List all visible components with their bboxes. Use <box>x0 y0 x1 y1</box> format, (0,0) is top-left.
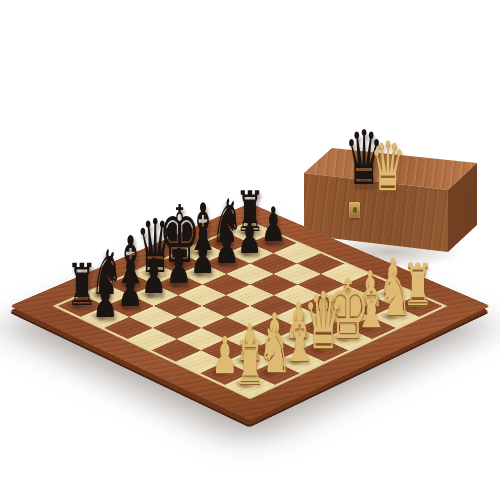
piece-shadow-a1 <box>224 376 262 394</box>
piece-shadow-f8 <box>179 245 215 261</box>
square-a1 <box>225 373 275 396</box>
piece-shadow-d2 <box>274 330 311 347</box>
square-f8 <box>180 243 227 264</box>
square-d8 <box>132 264 179 285</box>
square-h3 <box>345 274 393 295</box>
black-knight-b8: ♞ <box>83 242 130 304</box>
black-pawn-d7: ♟ <box>160 242 197 291</box>
square-b7 <box>106 295 154 317</box>
white-bishop-c1: ♝ <box>273 303 325 372</box>
square-g1 <box>371 306 419 328</box>
piece-shadow-b1 <box>249 364 287 382</box>
square-a5 <box>128 328 177 350</box>
piece-shadow-c2 <box>249 341 287 358</box>
piece-shadow-d7 <box>154 276 190 292</box>
square-e2 <box>299 317 348 339</box>
square-f2 <box>323 306 371 328</box>
piece-shadow-a2 <box>200 364 238 382</box>
square-b4 <box>177 328 226 350</box>
square-a3 <box>176 350 225 373</box>
square-g8 <box>203 233 250 253</box>
square-d5 <box>202 295 250 317</box>
piece-shadow-d1 <box>298 341 336 358</box>
square-f1 <box>347 317 396 339</box>
piece-shadow-a8 <box>57 297 94 314</box>
square-b3 <box>201 339 250 362</box>
black-king-e8: ♚ <box>149 195 210 274</box>
piece-shadow-h7 <box>249 235 285 251</box>
square-g3 <box>322 285 370 306</box>
square-e5 <box>226 285 274 306</box>
square-b2 <box>225 350 274 373</box>
square-e1 <box>323 328 372 350</box>
black-rook-a8: ♜ <box>60 256 104 314</box>
square-c6 <box>154 295 202 317</box>
square-a7 <box>81 306 129 328</box>
square-b5 <box>153 317 202 339</box>
square-g4 <box>298 274 346 295</box>
black-pawn-f7: ♟ <box>208 222 245 270</box>
black-pawn-c7: ♟ <box>136 253 173 302</box>
square-f5 <box>250 274 298 295</box>
square-e7 <box>179 264 226 285</box>
piece-shadow-g1 <box>370 308 407 325</box>
square-g7 <box>227 243 274 264</box>
piece-shadow-d8 <box>131 266 167 282</box>
square-c4 <box>201 317 250 339</box>
white-king-e1: ♚ <box>316 268 379 351</box>
piece-shadow-h2 <box>369 287 406 303</box>
white-pawn-b2: ♟ <box>231 318 270 369</box>
square-f4 <box>274 285 322 306</box>
square-c3 <box>226 328 275 350</box>
square-a8 <box>58 295 106 317</box>
black-rook-h8: ♜ <box>229 185 272 241</box>
white-pawn-f2: ♟ <box>328 274 366 324</box>
square-b8 <box>83 285 131 306</box>
black-queen-d8: ♛ <box>127 210 184 284</box>
piece-shadow-a7 <box>80 308 117 325</box>
piece-shadow-f1 <box>346 319 383 336</box>
piece-shadow-e8 <box>155 255 191 271</box>
square-a6 <box>104 317 153 339</box>
piece-shadow-b7 <box>105 297 142 314</box>
black-bishop-f8: ♝ <box>178 197 227 262</box>
spare-white-queen: ♛ <box>363 132 412 200</box>
black-knight-g8: ♞ <box>204 191 250 251</box>
white-rook-a1: ♜ <box>227 333 273 393</box>
piece-shadow-h1 <box>393 297 430 314</box>
black-pawn-g7: ♟ <box>232 212 269 260</box>
square-h7 <box>250 233 297 253</box>
piece-shadow-c8 <box>107 276 143 292</box>
square-g6 <box>250 253 297 274</box>
square-d1 <box>299 339 348 362</box>
white-queen-d1: ♛ <box>294 284 353 361</box>
black-bishop-c8: ♝ <box>106 228 156 294</box>
brass-latch <box>349 202 360 218</box>
square-h2 <box>370 285 418 306</box>
square-e6 <box>202 274 250 295</box>
piece-shadow-f2 <box>322 308 359 325</box>
white-pawn-e2: ♟ <box>304 285 342 335</box>
white-pawn-c2: ♟ <box>255 307 293 357</box>
piece-shadow-g7 <box>226 245 262 261</box>
square-f3 <box>298 295 346 317</box>
chess-set-product-photo: ♛ ♛ ♜♟♞♟♝♟♚♟♛♟♝♟♟♞♜♟♟♜♞♟♟♝♟♚♟♛♟♝♟♞♟♜ <box>0 0 500 500</box>
white-knight-b1: ♞ <box>250 318 299 382</box>
square-d7 <box>155 274 203 295</box>
piece-shadow-c7 <box>130 287 166 303</box>
square-c7 <box>130 285 178 306</box>
square-e3 <box>274 306 322 328</box>
piece-shadow-c1 <box>274 353 312 371</box>
square-f7 <box>203 253 250 274</box>
piece-shadow-h8 <box>226 225 261 240</box>
piece-shadow-b8 <box>82 287 118 303</box>
square-a4 <box>152 339 201 362</box>
piece-shadow-e2 <box>298 319 335 336</box>
piece-shadow-g8 <box>203 235 239 251</box>
square-c1 <box>275 350 324 373</box>
square-e4 <box>250 295 298 317</box>
square-d2 <box>274 328 323 350</box>
square-f6 <box>226 264 273 285</box>
square-d3 <box>250 317 299 339</box>
piece-shadow-e7 <box>178 266 214 282</box>
white-pawn-a2: ♟ <box>206 329 245 380</box>
square-a2 <box>200 362 250 385</box>
black-pawn-a7: ♟ <box>86 274 124 324</box>
square-c2 <box>250 339 299 362</box>
black-pawn-e7: ♟ <box>184 232 221 281</box>
square-b1 <box>250 362 300 385</box>
white-bishop-f1: ♝ <box>346 270 397 337</box>
square-h1 <box>394 295 442 317</box>
square-c8 <box>107 274 155 295</box>
square-h8 <box>227 223 273 243</box>
black-pawn-h7: ♟ <box>255 202 291 250</box>
square-c5 <box>177 306 225 328</box>
piece-shadow-g2 <box>345 297 382 314</box>
square-b6 <box>129 306 177 328</box>
square-d4 <box>226 306 274 328</box>
black-pawn-b7: ♟ <box>111 263 149 312</box>
square-g2 <box>346 295 394 317</box>
piece-shadow-b2 <box>225 353 263 371</box>
piece-shadow-f7 <box>202 255 238 271</box>
square-e8 <box>156 253 203 274</box>
square-d6 <box>178 285 226 306</box>
piece-shadow-e1 <box>323 330 360 347</box>
white-pawn-d2: ♟ <box>280 296 318 346</box>
